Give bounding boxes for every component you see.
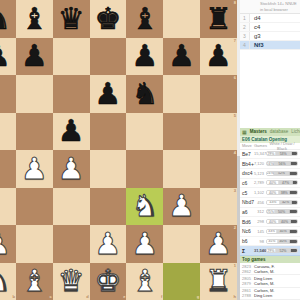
square-b3[interactable] xyxy=(0,188,16,226)
square-b1[interactable]: ♞b xyxy=(0,263,16,300)
explorer-total-row: Σ31,54629%52% xyxy=(240,246,300,256)
draw-segment: 42% xyxy=(280,201,293,204)
square-f5[interactable] xyxy=(126,113,163,151)
square-c2[interactable] xyxy=(16,225,53,263)
square-d2[interactable] xyxy=(53,225,90,263)
explorer-row-Bd6[interactable]: Bd629840%40% xyxy=(240,217,300,227)
square-f4[interactable] xyxy=(126,150,163,188)
piece-black-queen[interactable]: ♛ xyxy=(53,0,90,38)
result-bar: 40%40% xyxy=(266,219,298,224)
explorer-row-Nc6[interactable]: Nc614533%45% xyxy=(240,227,300,237)
white-win-segment: 43% xyxy=(267,201,280,204)
move-list-empty-area xyxy=(240,51,300,128)
move-list[interactable]: 1d42c43g34Nf3 xyxy=(240,14,300,51)
move-row-d4[interactable]: 1d4 xyxy=(240,14,300,23)
explorer-move[interactable]: a6 xyxy=(242,209,254,215)
square-d4[interactable]: ♟ xyxy=(53,150,90,188)
top-games-header: Top games xyxy=(240,256,300,263)
masters-database-icon: ▦ xyxy=(242,129,247,135)
square-e6[interactable]: ♟ xyxy=(90,75,127,113)
square-g4[interactable] xyxy=(163,150,200,188)
piece-black-knight[interactable]: ♞ xyxy=(126,75,163,113)
explorer-games-count: 2,789 xyxy=(254,180,266,185)
square-f2[interactable]: ♟ xyxy=(126,225,163,263)
result-bar: 43%42% xyxy=(266,200,298,205)
explorer-games-count: 15,347 xyxy=(254,151,266,156)
square-h6[interactable]: 6 xyxy=(200,75,237,113)
square-g1[interactable]: g xyxy=(163,263,200,300)
coord-file-b: b xyxy=(13,295,15,299)
sigma-label: Σ xyxy=(242,248,254,254)
explorer-games-count: 456 xyxy=(254,200,266,205)
engine-line2: in local browser xyxy=(260,7,297,12)
piece-white-pawn[interactable]: ♟ xyxy=(0,225,16,263)
black-win-segment xyxy=(292,201,297,204)
square-g8[interactable] xyxy=(163,0,200,38)
square-f1[interactable]: ♝f xyxy=(126,263,163,300)
coord-file-c: c xyxy=(50,295,52,299)
explorer-move[interactable]: c6 xyxy=(242,180,254,186)
piece-white-pawn[interactable]: ♟ xyxy=(90,225,127,263)
engine-name: Stockfish 14+ NNUE in local browser xyxy=(260,1,297,11)
draw-segment: 40% xyxy=(278,240,290,243)
result-bar: 40%47% xyxy=(266,180,298,185)
square-d6[interactable] xyxy=(53,75,90,113)
square-c4[interactable]: ♟ xyxy=(16,150,53,188)
explorer-row-a6[interactable]: a631225%50% xyxy=(240,208,300,218)
coord-rank-7: 7 xyxy=(234,39,236,43)
piece-black-pawn[interactable]: ♟ xyxy=(53,113,90,151)
white-win-segment: 40% xyxy=(267,220,279,223)
white-win-segment: 35% xyxy=(267,240,278,243)
explorer-row-c6[interactable]: c62,78940%47% xyxy=(240,179,300,189)
black-player: Ding Liren xyxy=(254,293,272,298)
black-rating: 2862 xyxy=(242,269,251,274)
coord-file-f: f xyxy=(161,295,162,299)
explorer-move[interactable]: Bb4+ xyxy=(242,161,254,167)
square-b4[interactable] xyxy=(0,150,16,188)
piece-black-pawn[interactable]: ♟ xyxy=(90,75,127,113)
move-row-Nf3[interactable]: 4Nf3 xyxy=(240,41,300,50)
move-number: 1 xyxy=(240,14,250,22)
draw-segment: 56% xyxy=(274,162,291,165)
square-c1[interactable]: ♝c xyxy=(16,263,53,300)
coord-file-g: g xyxy=(197,295,199,299)
explorer-move[interactable]: dxc4 xyxy=(242,170,254,176)
explorer-games-count: 312 xyxy=(254,209,266,214)
square-d3[interactable] xyxy=(53,188,90,226)
piece-black-king[interactable]: ♚ xyxy=(90,0,127,38)
square-d7[interactable] xyxy=(53,38,90,76)
move-san[interactable]: d4 xyxy=(250,15,261,21)
square-c6[interactable] xyxy=(16,75,53,113)
square-g6[interactable] xyxy=(163,75,200,113)
square-d5[interactable]: ♟ xyxy=(53,113,90,151)
explorer-row-dxc4[interactable]: dxc45,12324%52% xyxy=(240,169,300,179)
coord-rank-6: 6 xyxy=(234,76,236,80)
col-games: Games xyxy=(254,143,266,148)
move-row-g3[interactable]: 3g3 xyxy=(240,32,300,41)
move-san[interactable]: c4 xyxy=(250,24,260,30)
explorer-move[interactable]: Bd6 xyxy=(242,219,254,225)
square-e1[interactable]: ♚e xyxy=(90,263,127,300)
explorer-move[interactable]: Nbd7 xyxy=(242,199,254,205)
draw-segment: 47% xyxy=(279,181,293,184)
black-win-segment xyxy=(291,220,297,223)
move-number: 2 xyxy=(240,23,250,31)
piece-black-pawn[interactable]: ♟ xyxy=(200,38,237,76)
square-h7[interactable]: ♟7 xyxy=(200,38,237,76)
result-bar: 24%56% xyxy=(266,161,298,166)
square-d8[interactable]: ♛ xyxy=(53,0,90,38)
square-b7[interactable]: ♟ xyxy=(0,38,16,76)
coord-file-e: e xyxy=(123,295,125,299)
black-win-segment xyxy=(290,240,298,243)
piece-white-king[interactable]: ♚ xyxy=(90,263,127,300)
square-h8[interactable]: ♜8 xyxy=(200,0,237,38)
square-d1[interactable]: ♛d xyxy=(53,263,90,300)
piece-white-pawn[interactable]: ♟ xyxy=(126,225,163,263)
piece-black-bishop[interactable]: ♝ xyxy=(16,0,53,38)
white-win-segment: 29% xyxy=(267,249,276,252)
explorer-games-count: 5,123 xyxy=(254,171,266,176)
white-win-segment: 24% xyxy=(267,172,274,175)
black-win-segment xyxy=(293,181,297,184)
piece-white-knight[interactable]: ♞ xyxy=(126,188,163,226)
square-e7[interactable] xyxy=(90,38,127,76)
draw-segment: 40% xyxy=(279,220,291,223)
result-bar: 40%38% xyxy=(266,190,298,195)
black-win-segment xyxy=(292,152,297,155)
square-g3[interactable]: ♟ xyxy=(163,188,200,226)
explorer-row-Bb4+[interactable]: Bb4+7,12024%56% xyxy=(240,159,300,169)
coord-file-h: h xyxy=(234,295,236,299)
move-number: 4 xyxy=(240,41,250,49)
explorer-row-c5[interactable]: c51,10240%38% xyxy=(240,188,300,198)
piece-black-pawn[interactable]: ♟ xyxy=(0,38,16,76)
black-win-segment xyxy=(290,210,298,213)
black-win-segment xyxy=(290,191,297,194)
piece-white-pawn[interactable]: ♟ xyxy=(16,150,53,188)
move-number: 3 xyxy=(240,32,250,40)
square-g7[interactable]: ♟ xyxy=(163,38,200,76)
draw-segment: 38% xyxy=(279,191,290,194)
explorer-row-Be7[interactable]: Be715,34729%53% xyxy=(240,150,300,160)
square-h1[interactable]: ♜1h xyxy=(200,263,237,300)
draw-segment: 52% xyxy=(276,249,292,252)
total-games: 31,546 xyxy=(254,248,266,253)
move-row-c4[interactable]: 2c4 xyxy=(240,23,300,32)
square-h4[interactable]: 4 xyxy=(200,150,237,188)
square-b2[interactable]: ♟ xyxy=(0,225,16,263)
tab-masters-suffix: database xyxy=(270,129,289,134)
engine-line1: Stockfish 14+ NNUE xyxy=(260,1,297,6)
black-rating: 2788 xyxy=(242,293,251,298)
result-bar: 35%40% xyxy=(266,239,298,244)
white-win-segment: 25% xyxy=(267,210,275,213)
explorer-games-count: 298 xyxy=(254,219,266,224)
draw-segment: 50% xyxy=(275,210,290,213)
move-san[interactable]: Nf3 xyxy=(250,42,264,48)
white-win-segment: 40% xyxy=(267,191,279,194)
square-e3[interactable] xyxy=(90,188,127,226)
top-game-entry[interactable]: 2861Carlsen, M.2788Ding Liren xyxy=(240,288,300,300)
piece-white-pawn[interactable]: ♟ xyxy=(200,225,237,263)
black-win-segment xyxy=(291,249,297,252)
black-player: Carlsen, M. xyxy=(254,269,274,274)
draw-segment: 45% xyxy=(277,230,291,233)
square-f3[interactable]: ♞ xyxy=(126,188,163,226)
explorer-move[interactable]: Nc6 xyxy=(242,228,254,234)
opening-explorer: ▦ Masters database Lichess E06 Catalan O… xyxy=(240,128,300,300)
move-san[interactable]: g3 xyxy=(250,33,261,39)
total-result-bar: 29%52% xyxy=(266,248,298,253)
coord-rank-4: 4 xyxy=(234,151,236,155)
coord-rank-2: 2 xyxy=(234,226,236,230)
black-win-segment xyxy=(290,172,297,175)
white-win-segment: 29% xyxy=(267,152,276,155)
piece-black-bishop[interactable]: ♝ xyxy=(126,0,163,38)
coord-rank-1: 1 xyxy=(234,264,236,268)
coord-rank-3: 3 xyxy=(234,189,236,193)
piece-white-bishop[interactable]: ♝ xyxy=(126,263,163,300)
lichess-analysis-page: ♞♝♛♚♝♜8♟♟♟♟♟7♟♞6♟5♟♟4♞♟3♟♟♟♟2♞b♝c♛d♚e♝fg… xyxy=(0,0,300,300)
piece-black-pawn[interactable]: ♟ xyxy=(163,38,200,76)
square-b5[interactable] xyxy=(0,113,16,151)
black-win-segment xyxy=(291,162,297,165)
board-grid[interactable]: ♞♝♛♚♝♜8♟♟♟♟♟7♟♞6♟5♟♟4♞♟3♟♟♟♟2♞b♝c♛d♚e♝fg… xyxy=(0,0,237,300)
draw-segment: 52% xyxy=(274,172,290,175)
top-games-list: 2823Caruana, F.2862Carlsen, M.2805Ding L… xyxy=(240,263,300,300)
explorer-row-Nbd7[interactable]: Nbd745643%42% xyxy=(240,198,300,208)
square-c7[interactable]: ♟ xyxy=(16,38,53,76)
top-game-entry[interactable]: 2805Ding Liren2879Carlsen, M. xyxy=(240,275,300,287)
coord-rank-8: 8 xyxy=(234,1,236,5)
tab-lichess[interactable]: Lichess xyxy=(291,129,300,134)
piece-black-knight[interactable]: ♞ xyxy=(0,0,16,38)
square-g2[interactable] xyxy=(163,225,200,263)
col-move: Move xyxy=(242,143,254,148)
result-bar: 24%52% xyxy=(266,171,298,176)
explorer-games-count: 145 xyxy=(254,229,266,234)
top-game-entry[interactable]: 2823Caruana, F.2862Carlsen, M. xyxy=(240,263,300,275)
square-f8[interactable]: ♝ xyxy=(126,0,163,38)
square-b6[interactable] xyxy=(0,75,16,113)
result-bar: 33%45% xyxy=(266,229,298,234)
explorer-move[interactable]: b6 xyxy=(242,238,254,244)
result-bar: 29%53% xyxy=(266,151,298,156)
engine-box[interactable]: Stockfish 14+ NNUE in local browser xyxy=(240,0,300,14)
explorer-tabs[interactable]: ▦ Masters database Lichess xyxy=(240,128,300,136)
tab-masters[interactable]: Masters xyxy=(250,129,267,134)
piece-white-rook[interactable]: ♜ xyxy=(200,263,237,300)
explorer-move[interactable]: c5 xyxy=(242,190,254,196)
analysis-sidebar: Stockfish 14+ NNUE in local browser 1d42… xyxy=(240,0,300,300)
explorer-games-count: 98 xyxy=(254,239,266,244)
white-win-segment: 33% xyxy=(267,230,277,233)
draw-segment: 53% xyxy=(276,152,292,155)
piece-white-bishop[interactable]: ♝ xyxy=(16,263,53,300)
square-c8[interactable]: ♝ xyxy=(16,0,53,38)
piece-black-rook[interactable]: ♜ xyxy=(200,0,237,38)
black-rating: 2879 xyxy=(242,281,251,286)
explorer-column-headers: Move Games White / Draw / Black xyxy=(240,143,300,150)
square-e5[interactable] xyxy=(90,113,127,151)
square-e2[interactable]: ♟ xyxy=(90,225,127,263)
piece-white-queen[interactable]: ♛ xyxy=(53,263,90,300)
white-win-segment: 40% xyxy=(267,181,279,184)
square-e8[interactable]: ♚ xyxy=(90,0,127,38)
piece-black-pawn[interactable]: ♟ xyxy=(126,38,163,76)
square-g5[interactable] xyxy=(163,113,200,151)
square-h2[interactable]: ♟2 xyxy=(200,225,237,263)
explorer-games-count: 1,102 xyxy=(254,190,266,195)
white-win-segment: 24% xyxy=(267,162,274,165)
square-h3[interactable]: 3 xyxy=(200,188,237,226)
square-f7[interactable]: ♟ xyxy=(126,38,163,76)
chess-board[interactable]: ♞♝♛♚♝♜8♟♟♟♟♟7♟♞6♟5♟♟4♞♟3♟♟♟♟2♞b♝c♛d♚e♝fg… xyxy=(0,0,237,300)
explorer-move-rows: Be715,34729%53%Bb4+7,12024%56%dxc45,1232… xyxy=(240,150,300,257)
square-h5[interactable]: 5 xyxy=(200,113,237,151)
piece-white-pawn[interactable]: ♟ xyxy=(53,150,90,188)
piece-black-pawn[interactable]: ♟ xyxy=(16,38,53,76)
coord-file-d: d xyxy=(86,295,88,299)
explorer-games-count: 7,120 xyxy=(254,161,266,166)
explorer-row-b6[interactable]: b69835%40% xyxy=(240,237,300,247)
square-c5[interactable] xyxy=(16,113,53,151)
black-player: Carlsen, M. xyxy=(254,281,274,286)
explorer-move[interactable]: Be7 xyxy=(242,151,254,157)
square-f6[interactable]: ♞ xyxy=(126,75,163,113)
result-bar: 25%50% xyxy=(266,209,298,214)
square-b8[interactable]: ♞ xyxy=(0,0,16,38)
square-e4[interactable] xyxy=(90,150,127,188)
square-c3[interactable] xyxy=(16,188,53,226)
black-win-segment xyxy=(290,230,297,233)
coord-rank-5: 5 xyxy=(234,114,236,118)
piece-white-pawn[interactable]: ♟ xyxy=(163,188,200,226)
